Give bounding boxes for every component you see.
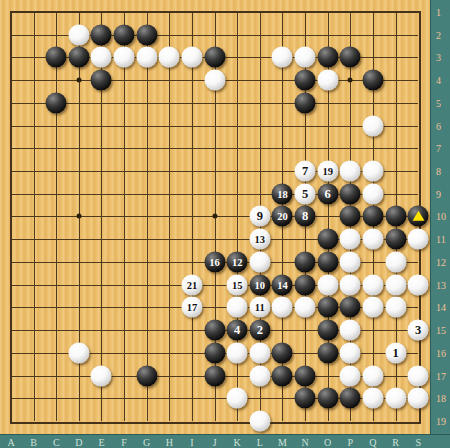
black-stone-O18	[317, 388, 338, 409]
black-stone-J3	[204, 47, 225, 68]
black-stone-M16	[272, 342, 293, 363]
white-stone-S15: 3	[408, 320, 429, 341]
move-number-label: 3	[408, 320, 429, 341]
column-label-D: D	[75, 437, 82, 448]
white-stone-Q13	[362, 274, 383, 295]
move-number-label: 18	[272, 183, 293, 204]
white-stone-S17	[408, 365, 429, 386]
column-label-N: N	[301, 437, 308, 448]
white-stone-L14: 11	[249, 297, 270, 318]
white-stone-L17	[249, 365, 270, 386]
white-stone-H3	[159, 47, 180, 68]
black-stone-C3	[46, 47, 67, 68]
row-label-2: 2	[436, 29, 441, 40]
white-stone-K13: 15	[227, 274, 248, 295]
column-label-C: C	[53, 437, 60, 448]
black-stone-P3	[340, 47, 361, 68]
move-number-label: 8	[295, 206, 316, 227]
move-number-label: 13	[249, 229, 270, 250]
white-stone-R18	[385, 388, 406, 409]
white-stone-J4	[204, 70, 225, 91]
row-label-19: 19	[436, 415, 446, 426]
black-stone-O9: 6	[317, 183, 338, 204]
row-label-6: 6	[436, 120, 441, 131]
white-stone-F3	[114, 47, 135, 68]
column-label-R: R	[392, 437, 399, 448]
white-stone-P11	[340, 229, 361, 250]
move-number-label: 17	[181, 297, 202, 318]
column-label-E: E	[98, 437, 104, 448]
black-stone-O16	[317, 342, 338, 363]
black-stone-O11	[317, 229, 338, 250]
white-stone-P15	[340, 320, 361, 341]
move-number-label: 12	[227, 251, 248, 272]
black-stone-K12: 12	[227, 251, 248, 272]
move-number-label: 2	[249, 320, 270, 341]
black-stone-G17	[136, 365, 157, 386]
black-stone-N17	[295, 365, 316, 386]
black-stone-Q10	[362, 206, 383, 227]
white-stone-L10: 9	[249, 206, 270, 227]
row-label-14: 14	[436, 302, 446, 313]
black-stone-M9: 18	[272, 183, 293, 204]
black-stone-P10	[340, 206, 361, 227]
black-stone-N5	[295, 92, 316, 113]
white-stone-I14: 17	[181, 297, 202, 318]
black-stone-O14	[317, 297, 338, 318]
move-number-label: 10	[249, 274, 270, 295]
go-app-window: 719185692081316122115101417114231 123456…	[0, 0, 450, 448]
go-board[interactable]: 719185692081316122115101417114231	[0, 0, 430, 434]
row-label-15: 15	[436, 325, 446, 336]
white-stone-P13	[340, 274, 361, 295]
column-label-S: S	[415, 437, 421, 448]
white-stone-P17	[340, 365, 361, 386]
black-stone-M13: 14	[272, 274, 293, 295]
triangle-marker-icon	[412, 211, 424, 221]
white-stone-N14	[295, 297, 316, 318]
white-stone-P12	[340, 251, 361, 272]
column-label-F: F	[121, 437, 127, 448]
black-stone-G2	[136, 24, 157, 45]
row-label-8: 8	[436, 166, 441, 177]
black-stone-M17	[272, 365, 293, 386]
column-label-I: I	[190, 437, 193, 448]
black-stone-N13	[295, 274, 316, 295]
white-stone-R14	[385, 297, 406, 318]
black-stone-N12	[295, 251, 316, 272]
white-stone-Q17	[362, 365, 383, 386]
white-stone-Q14	[362, 297, 383, 318]
row-label-7: 7	[436, 143, 441, 154]
black-stone-P9	[340, 183, 361, 204]
black-stone-C5	[46, 92, 67, 113]
black-stone-J17	[204, 365, 225, 386]
white-stone-S18	[408, 388, 429, 409]
white-stone-Q8	[362, 161, 383, 182]
black-stone-N10: 8	[295, 206, 316, 227]
column-label-Q: Q	[369, 437, 376, 448]
move-number-label: 11	[249, 297, 270, 318]
column-label-B: B	[30, 437, 37, 448]
white-stone-N9: 5	[295, 183, 316, 204]
black-stone-N18	[295, 388, 316, 409]
move-number-label: 4	[227, 320, 248, 341]
column-label-A: A	[7, 437, 14, 448]
black-stone-M10: 20	[272, 206, 293, 227]
move-number-label: 20	[272, 206, 293, 227]
move-number-label: 21	[181, 274, 202, 295]
star-point	[76, 78, 81, 83]
white-stone-P8	[340, 161, 361, 182]
black-stone-O3	[317, 47, 338, 68]
row-label-10: 10	[436, 211, 446, 222]
black-stone-N4	[295, 70, 316, 91]
black-stone-D3	[68, 47, 89, 68]
star-point	[348, 78, 353, 83]
white-stone-K16	[227, 342, 248, 363]
black-stone-L13: 10	[249, 274, 270, 295]
black-stone-F2	[114, 24, 135, 45]
black-stone-K15: 4	[227, 320, 248, 341]
white-stone-L11: 13	[249, 229, 270, 250]
white-stone-Q6	[362, 115, 383, 136]
move-number-label: 19	[317, 161, 338, 182]
black-stone-E2	[91, 24, 112, 45]
black-stone-O12	[317, 251, 338, 272]
white-stone-I3	[181, 47, 202, 68]
white-stone-E17	[91, 365, 112, 386]
white-stone-O4	[317, 70, 338, 91]
black-stone-R11	[385, 229, 406, 250]
black-stone-P18	[340, 388, 361, 409]
row-label-4: 4	[436, 75, 441, 86]
black-stone-P14	[340, 297, 361, 318]
star-point	[76, 214, 81, 219]
white-stone-I13: 21	[181, 274, 202, 295]
move-number-label: 14	[272, 274, 293, 295]
white-stone-R12	[385, 251, 406, 272]
row-label-12: 12	[436, 256, 446, 267]
column-label-K: K	[234, 437, 241, 448]
column-label-J: J	[213, 437, 217, 448]
row-label-18: 18	[436, 393, 446, 404]
white-stone-K14	[227, 297, 248, 318]
white-stone-D2	[68, 24, 89, 45]
move-number-label: 16	[204, 251, 225, 272]
column-label-L: L	[257, 437, 263, 448]
move-number-label: 7	[295, 161, 316, 182]
white-stone-R13	[385, 274, 406, 295]
black-stone-E4	[91, 70, 112, 91]
black-stone-O15	[317, 320, 338, 341]
white-stone-L12	[249, 251, 270, 272]
column-label-H: H	[166, 437, 173, 448]
white-stone-L16	[249, 342, 270, 363]
black-stone-J15	[204, 320, 225, 341]
black-stone-J16	[204, 342, 225, 363]
white-stone-K18	[227, 388, 248, 409]
white-stone-N3	[295, 47, 316, 68]
black-stone-R10	[385, 206, 406, 227]
white-stone-R16: 1	[385, 342, 406, 363]
row-label-3: 3	[436, 52, 441, 63]
column-label-P: P	[348, 437, 354, 448]
white-stone-M14	[272, 297, 293, 318]
row-coordinate-strip: 12345678910111213141516171819	[430, 0, 450, 448]
white-stone-M3	[272, 47, 293, 68]
move-number-label: 6	[317, 183, 338, 204]
column-label-O: O	[324, 437, 331, 448]
row-label-11: 11	[436, 234, 446, 245]
white-stone-Q9	[362, 183, 383, 204]
white-stone-N8: 7	[295, 161, 316, 182]
column-label-G: G	[143, 437, 150, 448]
row-label-17: 17	[436, 370, 446, 381]
row-label-5: 5	[436, 97, 441, 108]
column-label-M: M	[278, 437, 287, 448]
white-stone-Q11	[362, 229, 383, 250]
move-number-label: 5	[295, 183, 316, 204]
row-label-9: 9	[436, 188, 441, 199]
white-stone-Q18	[362, 388, 383, 409]
row-label-13: 13	[436, 279, 446, 290]
white-stone-O13	[317, 274, 338, 295]
white-stone-S13	[408, 274, 429, 295]
black-stone-S10	[408, 206, 429, 227]
white-stone-O8: 19	[317, 161, 338, 182]
white-stone-S11	[408, 229, 429, 250]
move-number-label: 1	[385, 342, 406, 363]
row-label-16: 16	[436, 347, 446, 358]
column-coordinate-strip: ABCDEFGHIJKLMNOPQRS	[0, 434, 450, 448]
move-number-label: 9	[249, 206, 270, 227]
black-stone-L15: 2	[249, 320, 270, 341]
row-label-1: 1	[436, 7, 441, 18]
white-stone-L19	[249, 410, 270, 431]
star-point	[212, 214, 217, 219]
white-stone-D16	[68, 342, 89, 363]
black-stone-Q4	[362, 70, 383, 91]
black-stone-J12: 16	[204, 251, 225, 272]
white-stone-G3	[136, 47, 157, 68]
move-number-label: 15	[227, 274, 248, 295]
white-stone-P16	[340, 342, 361, 363]
white-stone-E3	[91, 47, 112, 68]
